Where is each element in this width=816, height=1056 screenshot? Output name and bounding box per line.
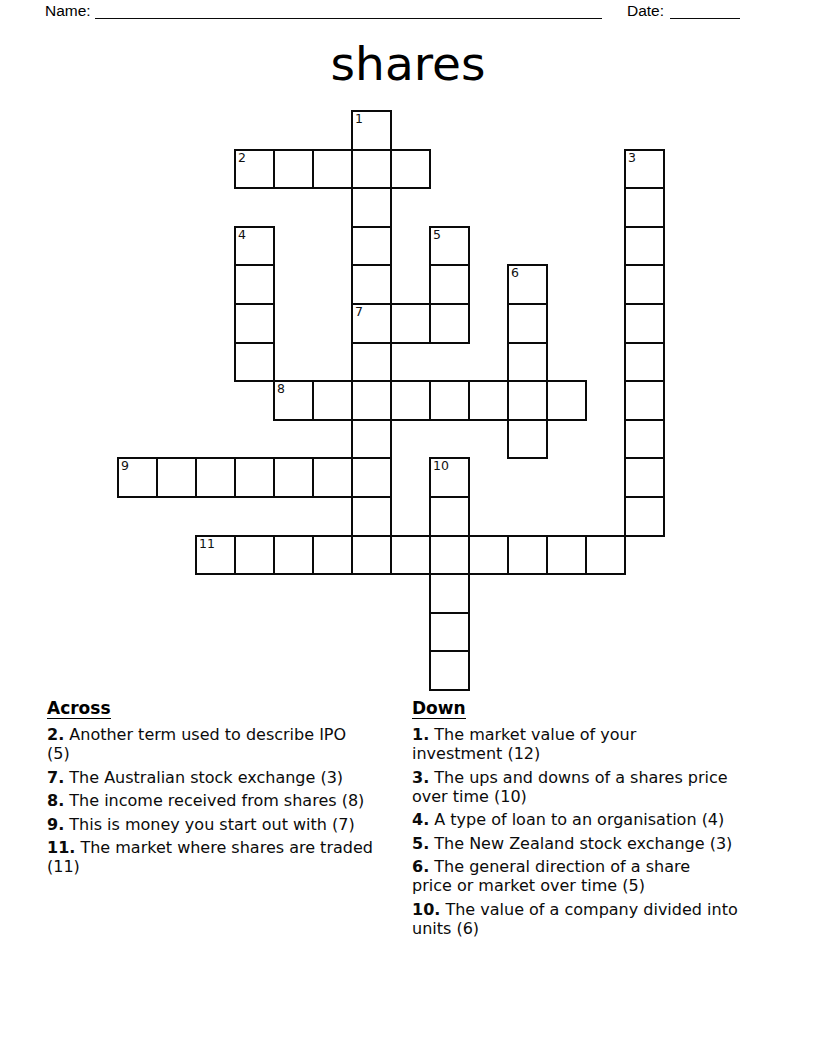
grid-cell[interactable] [273,535,314,576]
clue-across-7: 7. The Australian stock exchange (3) [47,768,407,787]
grid-cell[interactable] [351,419,392,460]
clue-line: 2. Another term used to describe IPO [47,725,407,744]
grid-cell[interactable] [234,342,275,383]
grid-cell[interactable]: 7 [351,303,392,344]
grid-cell[interactable] [273,149,314,190]
grid-cell[interactable] [624,419,665,460]
clue-across-9: 9. This is money you start out with (7) [47,815,407,834]
clue-down-3: 3. The ups and downs of a shares priceov… [412,768,777,806]
clue-down-6: 6. The general direction of a shareprice… [412,857,777,895]
clue-line: units (6) [412,919,777,938]
grid-cell[interactable] [351,187,392,228]
grid-cell[interactable] [312,535,353,576]
clue-down-5: 5. The New Zealand stock exchange (3) [412,834,777,853]
grid-cell[interactable]: 10 [429,457,470,498]
clue-line: 8. The income received from shares (8) [47,791,407,810]
grid-cell[interactable] [351,457,392,498]
clue-down-4: 4. A type of loan to an organisation (4) [412,810,777,829]
clue-line: price or market over time (5) [412,876,777,895]
date-label: Date: [627,2,664,20]
grid-cell[interactable]: 2 [234,149,275,190]
worksheet-page: Name: Date: shares 1234567891011 Across … [0,0,816,1056]
grid-cell[interactable] [624,303,665,344]
clue-number-9: 9 [121,459,129,473]
grid-cell[interactable] [312,149,353,190]
grid-cell[interactable] [546,535,587,576]
grid-cell[interactable] [507,380,548,421]
clue-down-1: 1. The market value of yourinvestment (1… [412,725,777,763]
grid-cell[interactable] [624,496,665,537]
clue-across-8: 8. The income received from shares (8) [47,791,407,810]
name-label: Name: [45,2,91,20]
grid-cell[interactable] [234,457,275,498]
grid-cell[interactable] [390,380,431,421]
clue-line: 7. The Australian stock exchange (3) [47,768,407,787]
clue-line: 1. The market value of your [412,725,777,744]
grid-cell[interactable] [507,419,548,460]
clue-number-6: 6 [511,266,519,280]
grid-cell[interactable] [624,226,665,267]
clue-number-7: 7 [355,305,363,319]
grid-cell[interactable] [429,535,470,576]
grid-cell[interactable] [390,149,431,190]
grid-cell[interactable]: 11 [195,535,236,576]
clue-line: 6. The general direction of a share [412,857,777,876]
grid-cell[interactable] [429,573,470,614]
clue-line: 3. The ups and downs of a shares price [412,768,777,787]
across-clue-list: 2. Another term used to describe IPO(5)7… [47,725,407,876]
grid-cell[interactable] [156,457,197,498]
grid-cell[interactable] [351,149,392,190]
clue-number-3: 3 [628,151,636,165]
grid-cell[interactable] [507,342,548,383]
grid-cell[interactable] [234,303,275,344]
grid-cell[interactable] [468,380,509,421]
grid-cell[interactable] [429,303,470,344]
grid-cell[interactable] [468,535,509,576]
clue-line: 9. This is money you start out with (7) [47,815,407,834]
date-input-line[interactable] [670,18,740,19]
grid-cell[interactable] [429,264,470,305]
grid-cell[interactable] [273,457,314,498]
clue-line: (5) [47,744,407,763]
grid-cell[interactable] [429,612,470,653]
grid-cell[interactable]: 6 [507,264,548,305]
grid-cell[interactable] [351,380,392,421]
grid-cell[interactable] [546,380,587,421]
grid-cell[interactable] [390,303,431,344]
grid-cell[interactable] [351,535,392,576]
clue-number-8: 8 [277,382,285,396]
clue-number-5: 5 [433,228,441,242]
across-section: Across 2. Another term used to describe … [47,699,407,881]
grid-cell[interactable] [624,380,665,421]
grid-cell[interactable] [234,535,275,576]
clue-number-10: 10 [433,459,449,473]
clue-line: 11. The market where shares are traded [47,838,407,857]
grid-cell[interactable] [429,380,470,421]
grid-cell[interactable]: 1 [351,110,392,151]
grid-cell[interactable]: 4 [234,226,275,267]
puzzle-title: shares [0,36,816,91]
grid-cell[interactable] [351,226,392,267]
grid-cell[interactable] [234,264,275,305]
name-input-line[interactable] [95,18,602,19]
grid-cell[interactable]: 3 [624,149,665,190]
grid-cell[interactable] [624,187,665,228]
clue-line: 4. A type of loan to an organisation (4) [412,810,777,829]
grid-cell[interactable]: 9 [117,457,158,498]
clue-down-10: 10. The value of a company divided intou… [412,900,777,938]
clue-line: investment (12) [412,744,777,763]
across-heading: Across [47,699,111,719]
clue-number-11: 11 [199,537,215,551]
grid-cell[interactable] [195,457,236,498]
grid-cell[interactable]: 5 [429,226,470,267]
grid-cell[interactable] [351,342,392,383]
grid-cell[interactable] [429,496,470,537]
grid-cell[interactable] [351,496,392,537]
grid-cell[interactable]: 8 [273,380,314,421]
grid-cell[interactable] [312,457,353,498]
clue-number-1: 1 [355,112,363,126]
grid-cell[interactable] [624,457,665,498]
grid-cell[interactable] [507,303,548,344]
grid-cell[interactable] [585,535,626,576]
down-clue-list: 1. The market value of yourinvestment (1… [412,725,777,938]
grid-cell[interactable] [429,650,470,691]
clue-number-4: 4 [238,228,246,242]
down-heading: Down [412,699,466,719]
grid-cell[interactable] [351,264,392,305]
grid-cell[interactable] [312,380,353,421]
clue-line: 5. The New Zealand stock exchange (3) [412,834,777,853]
clue-across-2: 2. Another term used to describe IPO(5) [47,725,407,763]
clue-line: 10. The value of a company divided into [412,900,777,919]
crossword-grid: 1234567891011 [117,110,666,692]
clue-across-11: 11. The market where shares are traded(1… [47,838,407,876]
grid-cell[interactable] [624,264,665,305]
down-section: Down 1. The market value of yourinvestme… [412,699,777,942]
grid-cell[interactable] [507,535,548,576]
clue-number-2: 2 [238,151,246,165]
clue-line: over time (10) [412,787,777,806]
grid-cell[interactable] [624,342,665,383]
grid-cell[interactable] [390,535,431,576]
clue-line: (11) [47,857,407,876]
